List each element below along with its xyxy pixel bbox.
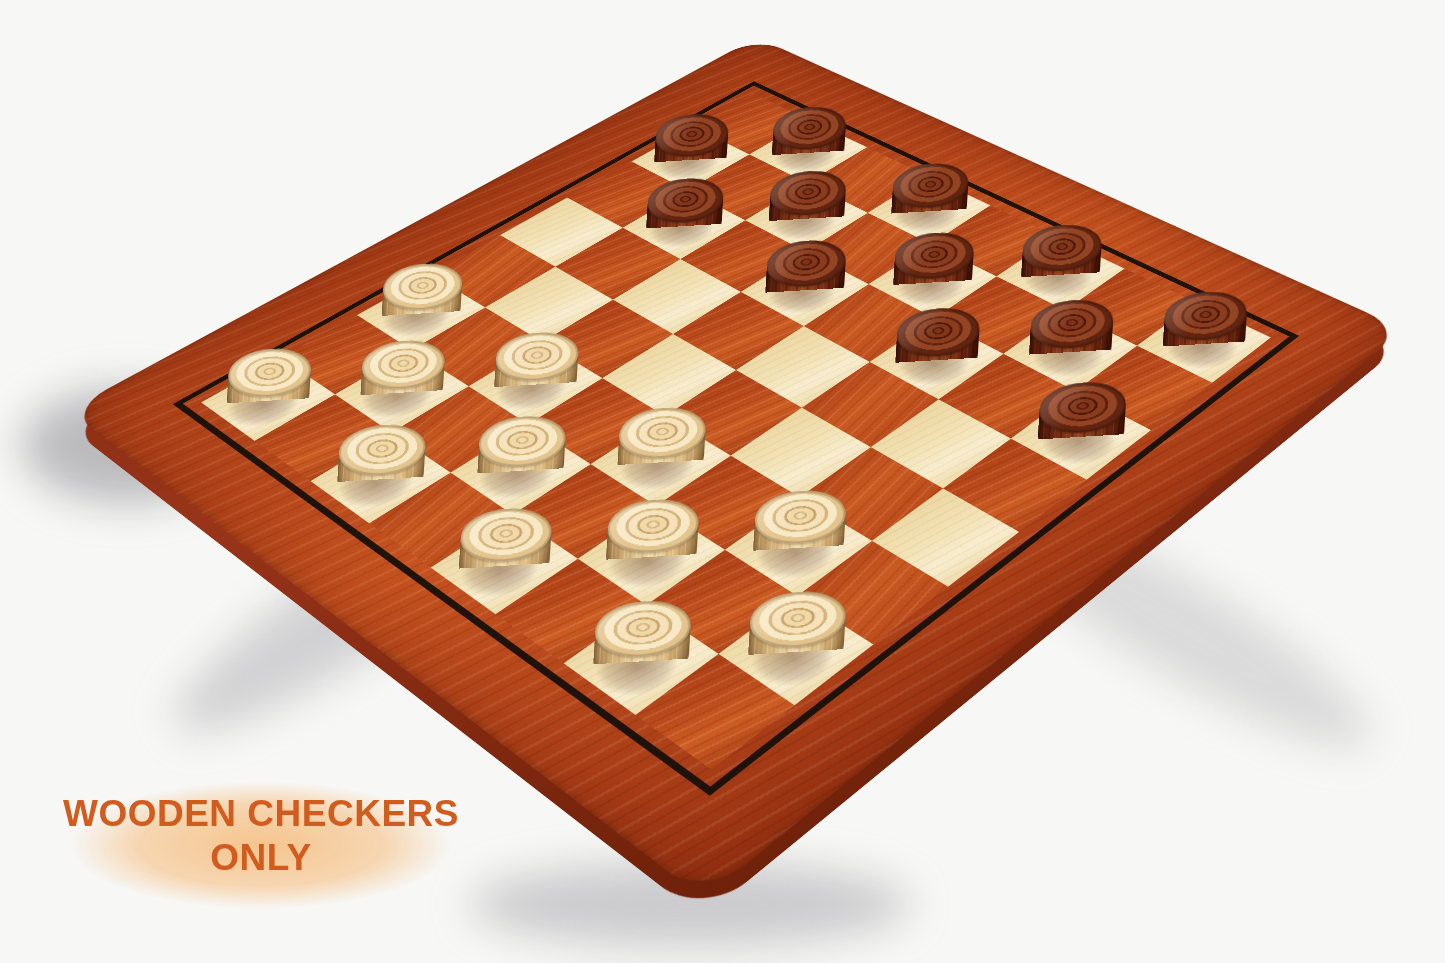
light-checker-piece — [591, 598, 692, 692]
scene: WOODEN CHECKERS ONLY — [0, 0, 1445, 963]
light-checker-piece — [359, 338, 446, 419]
dark-checker-piece — [894, 306, 981, 387]
caption-line-1: WOODEN CHECKERS — [18, 792, 504, 836]
caption-line-2: ONLY — [18, 836, 504, 880]
light-checker-piece — [493, 330, 580, 411]
light-checker-piece — [746, 589, 847, 683]
light-checker-piece — [751, 488, 847, 577]
light-checker-piece — [616, 405, 707, 490]
board-perspective-wrapper — [234, 0, 1237, 868]
caption-label: WOODEN CHECKERS ONLY — [18, 792, 504, 920]
light-checker-piece — [604, 497, 700, 586]
light-checker-piece — [225, 346, 312, 427]
dark-checker-piece — [1036, 380, 1127, 465]
light-checker-piece — [476, 414, 567, 499]
